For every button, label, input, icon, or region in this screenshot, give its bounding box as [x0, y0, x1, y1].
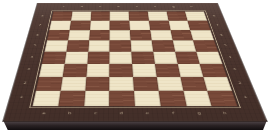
square-a3[interactable] [39, 64, 64, 77]
square-g8[interactable] [166, 11, 187, 20]
square-a7[interactable] [49, 20, 71, 30]
square-f6[interactable] [150, 30, 172, 40]
chessboard: abcdefgh abcdefgh 87654321 87654321 [2, 3, 268, 122]
square-a5[interactable] [45, 40, 68, 51]
square-d2[interactable] [109, 77, 134, 91]
square-d7[interactable] [110, 20, 130, 30]
board-frame: abcdefgh abcdefgh 87654321 87654321 [3, 3, 267, 121]
board-grid [32, 11, 237, 106]
square-b5[interactable] [66, 40, 89, 51]
square-c2[interactable] [85, 77, 110, 91]
square-f2[interactable] [156, 77, 182, 91]
scene: abcdefgh abcdefgh 87654321 87654321 [0, 0, 270, 138]
file-labels-bottom: abcdefgh [30, 109, 240, 118]
square-h3[interactable] [200, 64, 227, 77]
file-label-top-f: f [146, 5, 165, 9]
square-c1[interactable] [84, 91, 110, 106]
square-b6[interactable] [68, 30, 90, 40]
square-f7[interactable] [149, 20, 170, 30]
file-label-bottom-c: c [82, 109, 108, 118]
square-e5[interactable] [131, 40, 153, 51]
square-f3[interactable] [155, 64, 180, 77]
square-d3[interactable] [109, 64, 132, 77]
square-b1[interactable] [58, 91, 85, 106]
square-e2[interactable] [133, 77, 158, 91]
square-e6[interactable] [130, 30, 152, 40]
square-c7[interactable] [90, 20, 110, 30]
square-b8[interactable] [71, 11, 91, 20]
square-f8[interactable] [147, 11, 168, 20]
square-h1[interactable] [207, 91, 237, 106]
square-e3[interactable] [132, 64, 156, 77]
square-e8[interactable] [129, 11, 149, 20]
square-h7[interactable] [188, 20, 211, 30]
square-e1[interactable] [134, 91, 161, 106]
square-d5[interactable] [110, 40, 132, 51]
square-g7[interactable] [168, 20, 190, 30]
square-c8[interactable] [90, 11, 110, 20]
square-f5[interactable] [151, 40, 174, 51]
square-h8[interactable] [185, 11, 207, 20]
file-label-top-b: b [72, 5, 91, 9]
file-label-bottom-a: a [30, 109, 58, 118]
square-b4[interactable] [64, 52, 87, 64]
square-d8[interactable] [110, 11, 129, 20]
square-h4[interactable] [196, 52, 222, 64]
square-d6[interactable] [110, 30, 131, 40]
square-a2[interactable] [36, 77, 63, 91]
square-c3[interactable] [86, 64, 110, 77]
file-label-bottom-b: b [56, 109, 83, 118]
file-labels-top: abcdefgh [54, 5, 202, 9]
file-label-top-a: a [54, 5, 73, 9]
square-c5[interactable] [88, 40, 110, 51]
file-label-bottom-h: h [211, 109, 240, 118]
square-a6[interactable] [47, 30, 69, 40]
file-label-bottom-f: f [160, 109, 187, 118]
square-a4[interactable] [42, 52, 66, 64]
square-a1[interactable] [32, 91, 60, 106]
square-c4[interactable] [87, 52, 110, 64]
file-label-top-d: d [109, 5, 127, 9]
square-e7[interactable] [129, 20, 150, 30]
square-f1[interactable] [158, 91, 186, 106]
square-d1[interactable] [109, 91, 135, 106]
square-h6[interactable] [190, 30, 214, 40]
square-h2[interactable] [203, 77, 232, 91]
square-b3[interactable] [63, 64, 88, 77]
file-label-top-h: h [182, 5, 202, 9]
square-h5[interactable] [193, 40, 218, 51]
file-label-top-e: e [128, 5, 147, 9]
square-a8[interactable] [51, 11, 72, 20]
file-label-bottom-e: e [134, 109, 161, 118]
file-label-top-c: c [91, 5, 110, 9]
square-f4[interactable] [153, 52, 177, 64]
pinstripe-inlay [29, 11, 241, 109]
square-c6[interactable] [89, 30, 110, 40]
square-b7[interactable] [69, 20, 90, 30]
file-label-top-g: g [164, 5, 183, 9]
file-label-bottom-d: d [109, 109, 135, 118]
file-label-bottom-g: g [185, 109, 213, 118]
square-e4[interactable] [131, 52, 154, 64]
square-b2[interactable] [60, 77, 86, 91]
square-d4[interactable] [110, 52, 133, 64]
